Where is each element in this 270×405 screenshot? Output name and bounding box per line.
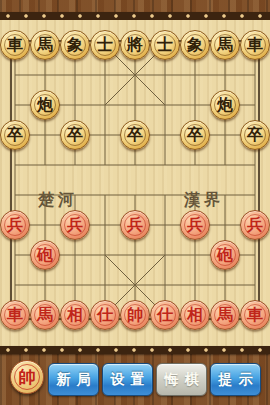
river-label-right: 漢界 (184, 190, 224, 211)
piece-black-卒[interactable]: 卒 (120, 120, 150, 150)
undo-button[interactable]: 悔棋 (156, 363, 207, 396)
piece-black-士[interactable]: 士 (90, 30, 120, 60)
piece-black-卒[interactable]: 卒 (240, 120, 270, 150)
piece-black-卒[interactable]: 卒 (0, 120, 30, 150)
top-nail-strip (0, 12, 270, 20)
red-general-side-indicator: 帥 (10, 360, 44, 394)
piece-black-象[interactable]: 象 (60, 30, 90, 60)
board[interactable]: 楚河 漢界 (0, 20, 270, 346)
xiangqi-app: 楚河 漢界 (0, 0, 270, 405)
piece-black-卒[interactable]: 卒 (60, 120, 90, 150)
piece-black-炮[interactable]: 炮 (30, 90, 60, 120)
hint-button[interactable]: 提示 (210, 363, 261, 396)
piece-red-砲[interactable]: 砲 (210, 240, 240, 270)
piece-black-象[interactable]: 象 (180, 30, 210, 60)
piece-red-帥[interactable]: 帥 (120, 300, 150, 330)
piece-red-兵[interactable]: 兵 (240, 210, 270, 240)
piece-red-相[interactable]: 相 (180, 300, 210, 330)
toolbar: 帥 新局设置悔棋提示 (0, 354, 270, 405)
piece-black-馬[interactable]: 馬 (210, 30, 240, 60)
piece-black-將[interactable]: 將 (120, 30, 150, 60)
piece-black-馬[interactable]: 馬 (30, 30, 60, 60)
piece-black-炮[interactable]: 炮 (210, 90, 240, 120)
toolbar-buttons: 新局设置悔棋提示 (48, 363, 261, 396)
piece-red-馬[interactable]: 馬 (210, 300, 240, 330)
piece-red-車[interactable]: 車 (240, 300, 270, 330)
piece-black-車[interactable]: 車 (0, 30, 30, 60)
piece-red-砲[interactable]: 砲 (30, 240, 60, 270)
bottom-nail-strip (0, 346, 270, 354)
piece-black-卒[interactable]: 卒 (180, 120, 210, 150)
piece-red-仕[interactable]: 仕 (90, 300, 120, 330)
piece-red-兵[interactable]: 兵 (60, 210, 90, 240)
piece-black-車[interactable]: 車 (240, 30, 270, 60)
settings-button[interactable]: 设置 (102, 363, 153, 396)
piece-red-車[interactable]: 車 (0, 300, 30, 330)
piece-red-兵[interactable]: 兵 (0, 210, 30, 240)
piece-red-兵[interactable]: 兵 (120, 210, 150, 240)
piece-black-士[interactable]: 士 (150, 30, 180, 60)
piece-red-相[interactable]: 相 (60, 300, 90, 330)
piece-red-馬[interactable]: 馬 (30, 300, 60, 330)
new-game-button[interactable]: 新局 (48, 363, 99, 396)
piece-red-仕[interactable]: 仕 (150, 300, 180, 330)
piece-red-兵[interactable]: 兵 (180, 210, 210, 240)
river-label-left: 楚河 (38, 190, 78, 211)
